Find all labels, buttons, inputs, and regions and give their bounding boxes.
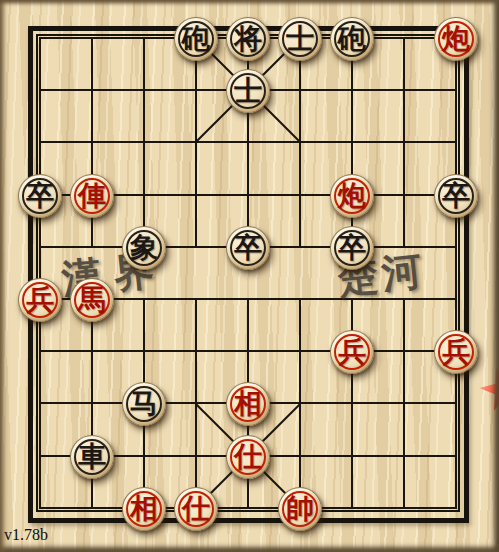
piece-glyph: 将: [234, 25, 262, 53]
piece-red-chariot[interactable]: 俥: [70, 174, 114, 218]
piece-glyph: 砲: [338, 25, 366, 53]
piece-black-cannon[interactable]: 砲: [174, 17, 218, 61]
piece-glyph: 帥: [286, 495, 314, 523]
piece-glyph: 車: [78, 443, 106, 471]
piece-red-soldier[interactable]: 兵: [434, 330, 478, 374]
piece-red-soldier[interactable]: 兵: [330, 330, 374, 374]
piece-glyph: 兵: [26, 286, 54, 314]
piece-glyph: 兵: [338, 338, 366, 366]
piece-red-elephant[interactable]: 相: [226, 382, 270, 426]
piece-glyph: 相: [234, 390, 262, 418]
piece-black-general[interactable]: 将: [226, 17, 270, 61]
piece-black-soldier[interactable]: 卒: [18, 174, 62, 218]
piece-glyph: 仕: [182, 495, 210, 523]
pieces-layer: 砲将士砲炮士卒俥炮卒象卒卒兵馬兵兵马相車仕相仕帥: [0, 0, 499, 552]
piece-black-horse[interactable]: 马: [122, 382, 166, 426]
piece-glyph: 卒: [26, 182, 54, 210]
piece-glyph: 馬: [78, 286, 106, 314]
piece-glyph: 士: [286, 25, 314, 53]
piece-black-chariot[interactable]: 車: [70, 435, 114, 479]
piece-glyph: 俥: [78, 182, 106, 210]
piece-red-cannon[interactable]: 炮: [434, 17, 478, 61]
piece-glyph: 炮: [338, 182, 366, 210]
piece-glyph: 砲: [182, 25, 210, 53]
piece-glyph: 士: [234, 77, 262, 105]
piece-red-soldier[interactable]: 兵: [18, 278, 62, 322]
piece-glyph: 卒: [234, 234, 262, 262]
piece-red-horse[interactable]: 馬: [70, 278, 114, 322]
piece-red-cannon[interactable]: 炮: [330, 174, 374, 218]
piece-glyph: 兵: [442, 338, 470, 366]
piece-black-advisor[interactable]: 士: [278, 17, 322, 61]
piece-black-soldier[interactable]: 卒: [226, 226, 270, 270]
piece-red-advisor[interactable]: 仕: [226, 435, 270, 479]
piece-glyph: 象: [130, 234, 158, 262]
piece-black-soldier[interactable]: 卒: [330, 226, 374, 270]
xiangqi-app-window: 漢界 楚河 砲将士砲炮士卒俥炮卒象卒卒兵馬兵兵马相車仕相仕帥 v1.78b: [0, 0, 499, 552]
piece-black-elephant[interactable]: 象: [122, 226, 166, 270]
piece-glyph: 仕: [234, 443, 262, 471]
piece-glyph: 卒: [442, 182, 470, 210]
piece-glyph: 炮: [442, 25, 470, 53]
piece-glyph: 相: [130, 495, 158, 523]
piece-black-advisor[interactable]: 士: [226, 69, 270, 113]
piece-black-soldier[interactable]: 卒: [434, 174, 478, 218]
piece-black-cannon[interactable]: 砲: [330, 17, 374, 61]
piece-glyph: 卒: [338, 234, 366, 262]
piece-red-elephant[interactable]: 相: [122, 487, 166, 531]
piece-red-general[interactable]: 帥: [278, 487, 322, 531]
piece-glyph: 马: [130, 390, 158, 418]
piece-red-advisor[interactable]: 仕: [174, 487, 218, 531]
